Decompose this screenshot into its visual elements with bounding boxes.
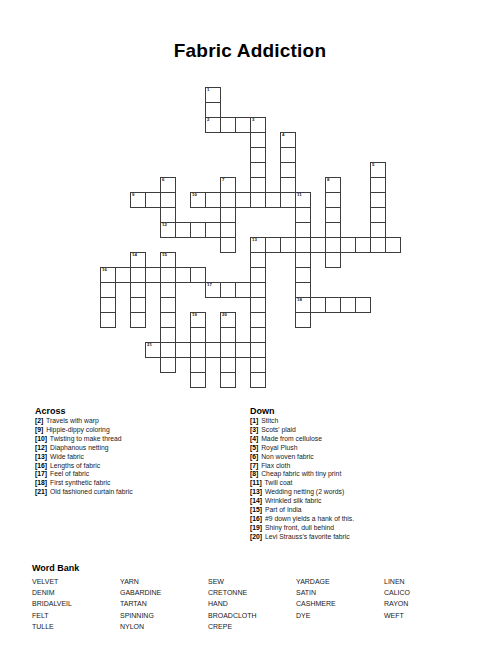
grid-cell[interactable]: [190, 267, 206, 283]
clue-item-number: [17]: [35, 470, 47, 477]
word-bank-word: GABARDINE: [120, 587, 208, 598]
down-clue-list: [1] Stitch[3] Scots' plaid[4] Made from …: [250, 417, 354, 542]
grid-cell[interactable]: [160, 207, 176, 223]
grid-cell[interactable]: [250, 372, 266, 388]
grid-cell[interactable]: 16: [100, 267, 116, 283]
grid-cell[interactable]: [190, 342, 206, 358]
clue-item: [12] Diaphanous netting: [35, 444, 133, 453]
grid-cell[interactable]: [295, 252, 311, 268]
grid-cell[interactable]: [280, 177, 296, 193]
clue-number: 21: [147, 343, 152, 347]
clue-item-number: [16]: [35, 462, 47, 469]
word-bank-word: CASHMERE: [296, 598, 384, 609]
grid-cell[interactable]: [355, 237, 371, 253]
clue-item: [6] Non woven fabric: [250, 453, 354, 462]
grid-cell[interactable]: [250, 192, 266, 208]
clue-item-number: [10]: [35, 435, 47, 442]
clue-item: [21] Old fashioned curtain fabric: [35, 488, 133, 497]
clue-item-number: [13]: [250, 488, 262, 495]
clue-item-number: [20]: [250, 533, 262, 540]
clue-item: [14] Wrinkled silk fabric: [250, 497, 354, 506]
grid-cell[interactable]: 9: [130, 192, 146, 208]
grid-cell[interactable]: [295, 282, 311, 298]
clue-number: 17: [207, 283, 212, 287]
grid-cell[interactable]: [370, 222, 386, 238]
grid-cell[interactable]: 3: [250, 117, 266, 133]
word-bank-word: CRETONNE: [208, 587, 296, 598]
grid-cell[interactable]: [190, 327, 206, 343]
grid-cell[interactable]: [100, 312, 116, 328]
clue-number: 15: [162, 253, 167, 257]
grid-cell[interactable]: [310, 297, 326, 313]
grid-cell[interactable]: 21: [145, 342, 161, 358]
clue-number: 13: [252, 238, 257, 242]
clue-item: [4] Made from cellulose: [250, 435, 354, 444]
clue-item: [17] Feel of fabric: [35, 470, 133, 479]
grid-cell[interactable]: [175, 342, 191, 358]
crossword-grid: 123456789101112131415161718192021: [100, 87, 402, 389]
clue-item: [18] First synthetic fabric: [35, 479, 133, 488]
grid-cell[interactable]: [250, 252, 266, 268]
clue-item-number: [11]: [250, 479, 262, 486]
grid-cell[interactable]: [160, 282, 176, 298]
clue-item-number: [12]: [35, 444, 47, 451]
grid-cell[interactable]: [160, 297, 176, 313]
grid-cell[interactable]: [295, 207, 311, 223]
grid-cell[interactable]: [130, 297, 146, 313]
grid-cell[interactable]: [100, 297, 116, 313]
clue-item: [10] Twisting to make thread: [35, 435, 133, 444]
grid-cell[interactable]: [205, 222, 221, 238]
grid-cell[interactable]: [115, 267, 131, 283]
grid-cell[interactable]: 2: [205, 117, 221, 133]
grid-cell[interactable]: 12: [160, 222, 176, 238]
grid-cell[interactable]: [130, 312, 146, 328]
word-bank-word: SEW: [208, 576, 296, 587]
grid-cell[interactable]: [280, 237, 296, 253]
grid-cell[interactable]: [265, 192, 281, 208]
grid-cell[interactable]: 11: [295, 192, 311, 208]
grid-cell[interactable]: 19: [190, 312, 206, 328]
grid-cell[interactable]: 5: [370, 162, 386, 178]
grid-cell[interactable]: [235, 342, 251, 358]
clue-number: 4: [282, 133, 284, 137]
clue-item-number: [2]: [35, 417, 43, 424]
clue-item-number: [9]: [35, 426, 43, 433]
grid-cell[interactable]: [250, 327, 266, 343]
grid-cell[interactable]: [280, 192, 296, 208]
grid-cell[interactable]: [205, 192, 221, 208]
clue-number: 8: [327, 178, 329, 182]
word-bank-word: DENIM: [32, 587, 120, 598]
clue-number: 9: [132, 193, 134, 197]
grid-cell[interactable]: [160, 192, 176, 208]
word-bank-word: YARN: [120, 576, 208, 587]
grid-cell[interactable]: 4: [280, 132, 296, 148]
grid-cell[interactable]: [220, 117, 236, 133]
grid-cell[interactable]: [220, 192, 236, 208]
grid-cell[interactable]: 20: [220, 312, 236, 328]
grid-cell[interactable]: [280, 147, 296, 163]
grid-cell[interactable]: [175, 267, 191, 283]
grid-cell[interactable]: [235, 192, 251, 208]
clue-item-number: [3]: [250, 426, 258, 433]
clue-item: [11] Twill coat: [250, 479, 354, 488]
grid-cell[interactable]: [370, 177, 386, 193]
clue-item: [13] Wide fabric: [35, 453, 133, 462]
clue-item-number: [16]: [250, 515, 262, 522]
clue-number: 7: [222, 178, 224, 182]
grid-cell[interactable]: [295, 312, 311, 328]
clue-number: 1: [207, 88, 209, 92]
grid-cell[interactable]: [250, 312, 266, 328]
clue-item: [5] Royal Plush: [250, 444, 354, 453]
clue-item-number: [14]: [250, 497, 262, 504]
clue-item-number: [8]: [250, 470, 258, 477]
clue-number: 6: [162, 178, 164, 182]
grid-cell[interactable]: [325, 252, 341, 268]
across-header: Across: [35, 406, 66, 416]
clue-item-number: [1]: [250, 417, 258, 424]
clue-item: [9] Hippie-dippy coloring: [35, 426, 133, 435]
grid-cell[interactable]: [250, 177, 266, 193]
grid-cell[interactable]: [160, 342, 176, 358]
down-header: Down: [250, 406, 275, 416]
grid-cell[interactable]: [325, 222, 341, 238]
grid-cell[interactable]: [280, 162, 296, 178]
word-bank-word: SPINNING: [120, 610, 208, 621]
grid-cell[interactable]: [145, 267, 161, 283]
grid-cell[interactable]: [175, 222, 191, 238]
word-bank-word: CALICO: [384, 587, 472, 598]
grid-cell[interactable]: [250, 282, 266, 298]
grid-cell[interactable]: 15: [160, 252, 176, 268]
grid-cell[interactable]: 14: [130, 252, 146, 268]
word-bank-word: TARTAN: [120, 598, 208, 609]
grid-cell[interactable]: [250, 297, 266, 313]
word-bank-word: TULLE: [32, 621, 120, 632]
word-bank-column: VELVETDENIMBRIDALVEILFELTTULLE: [32, 576, 120, 632]
grid-cell[interactable]: [160, 267, 176, 283]
grid-cell[interactable]: [220, 237, 236, 253]
grid-cell[interactable]: [220, 357, 236, 373]
grid-cell[interactable]: [205, 102, 221, 118]
grid-cell[interactable]: [250, 147, 266, 163]
word-bank-word: SATIN: [296, 587, 384, 598]
word-bank-word: VELVET: [32, 576, 120, 587]
clue-item: [7] Flax cloth: [250, 462, 354, 471]
clue-item-number: [6]: [250, 453, 258, 460]
clue-item: [1] Stitch: [250, 417, 354, 426]
grid-cell[interactable]: 1: [205, 87, 221, 103]
across-clue-list: [2] Travels with warp[9] Hippie-dippy co…: [35, 417, 133, 497]
clue-number: 16: [102, 268, 107, 272]
clue-number: 19: [192, 313, 197, 317]
grid-cell[interactable]: [145, 192, 161, 208]
clue-item: [15] Part of India: [250, 506, 354, 515]
page-title: Fabric Addiction: [0, 40, 500, 62]
grid-cell[interactable]: [220, 207, 236, 223]
grid-cell[interactable]: 7: [220, 177, 236, 193]
grid-cell[interactable]: [220, 282, 236, 298]
grid-cell[interactable]: [235, 117, 251, 133]
word-bank-word: WEFT: [384, 610, 472, 621]
word-bank-column: LINENCALICORAYONWEFT: [384, 576, 472, 632]
grid-cell[interactable]: [250, 267, 266, 283]
word-bank-word: NYLON: [120, 621, 208, 632]
grid-cell[interactable]: [325, 237, 341, 253]
clue-item: [20] Levi Strauss's favorite fabric: [250, 533, 354, 542]
word-bank-word: BRIDALVEIL: [32, 598, 120, 609]
word-bank-word: RAYON: [384, 598, 472, 609]
grid-cell[interactable]: [160, 327, 176, 343]
grid-cell[interactable]: 17: [205, 282, 221, 298]
grid-cell[interactable]: [340, 297, 356, 313]
grid-cell[interactable]: [370, 207, 386, 223]
clue-number: 3: [252, 118, 254, 122]
grid-cell[interactable]: [160, 312, 176, 328]
clue-number: 14: [132, 253, 137, 257]
grid-cell[interactable]: [250, 162, 266, 178]
clue-item: [16] Lengths of fabric: [35, 462, 133, 471]
clue-item: [8] Cheap fabric with tiny print: [250, 470, 354, 479]
grid-cell[interactable]: 18: [295, 297, 311, 313]
grid-cell[interactable]: [250, 342, 266, 358]
grid-cell[interactable]: [325, 192, 341, 208]
word-bank-word: DYE: [296, 610, 384, 621]
word-bank-column: YARNGABARDINETARTANSPINNINGNYLON: [120, 576, 208, 632]
grid-cell[interactable]: [340, 237, 356, 253]
word-bank-word: BROADCLOTH: [208, 610, 296, 621]
grid-cell[interactable]: 8: [325, 177, 341, 193]
clue-number: 5: [372, 163, 374, 167]
grid-cell[interactable]: 10: [190, 192, 206, 208]
grid-cell[interactable]: 6: [160, 177, 176, 193]
grid-cell[interactable]: [355, 297, 371, 313]
grid-cell[interactable]: [385, 237, 401, 253]
grid-cell[interactable]: [190, 372, 206, 388]
grid-cell[interactable]: [190, 357, 206, 373]
word-bank-column: YARDAGESATINCASHMEREDYE: [296, 576, 384, 632]
clue-number: 20: [222, 313, 227, 317]
clue-item-number: [19]: [250, 524, 262, 531]
grid-cell[interactable]: [325, 207, 341, 223]
grid-cell[interactable]: [235, 282, 251, 298]
word-bank-columns: VELVETDENIMBRIDALVEILFELTTULLEYARNGABARD…: [32, 576, 472, 632]
grid-cell[interactable]: [130, 267, 146, 283]
clue-item-number: [21]: [35, 488, 47, 495]
clue-item-number: [5]: [250, 444, 258, 451]
grid-cell[interactable]: [295, 267, 311, 283]
word-bank-word: LINEN: [384, 576, 472, 587]
grid-cell[interactable]: [220, 372, 236, 388]
word-bank-word: HAND: [208, 598, 296, 609]
clue-item-number: [4]: [250, 435, 258, 442]
grid-cell[interactable]: [100, 282, 116, 298]
word-bank-word: FELT: [32, 610, 120, 621]
word-bank-column: SEWCRETONNEHANDBROADCLOTHCREPE: [208, 576, 296, 632]
clue-item: [16] #9 down yields a hank of this.: [250, 515, 354, 524]
clue-item-number: [7]: [250, 462, 258, 469]
grid-cell[interactable]: [295, 237, 311, 253]
clue-number: 11: [297, 193, 302, 197]
grid-cell[interactable]: [295, 222, 311, 238]
grid-cell[interactable]: [220, 327, 236, 343]
clue-number: 12: [162, 223, 167, 227]
word-bank-header: Word Bank: [32, 563, 79, 573]
grid-cell[interactable]: [370, 192, 386, 208]
grid-cell[interactable]: [310, 237, 326, 253]
clue-item: [3] Scots' plaid: [250, 426, 354, 435]
grid-cell[interactable]: [190, 222, 206, 238]
grid-cell[interactable]: [370, 237, 386, 253]
grid-cell[interactable]: [220, 222, 236, 238]
clue-number: 2: [207, 118, 209, 122]
grid-cell[interactable]: [265, 237, 281, 253]
grid-cell[interactable]: [250, 357, 266, 373]
grid-cell[interactable]: [325, 297, 341, 313]
grid-cell[interactable]: 13: [250, 237, 266, 253]
clue-item-number: [15]: [250, 506, 262, 513]
clue-number: 10: [192, 193, 197, 197]
grid-cell[interactable]: [160, 357, 176, 373]
word-bank-word: CREPE: [208, 621, 296, 632]
clue-item-number: [13]: [35, 453, 47, 460]
grid-cell[interactable]: [130, 282, 146, 298]
grid-cell[interactable]: [205, 342, 221, 358]
grid-cell[interactable]: [220, 342, 236, 358]
clue-item: [19] Shiny front, dull behind: [250, 524, 354, 533]
grid-cell[interactable]: [250, 132, 266, 148]
clue-number: 18: [297, 298, 302, 302]
clue-item: [2] Travels with warp: [35, 417, 133, 426]
clue-item: [13] Wedding netting (2 words): [250, 488, 354, 497]
clue-item-number: [18]: [35, 479, 47, 486]
word-bank-word: YARDAGE: [296, 576, 384, 587]
